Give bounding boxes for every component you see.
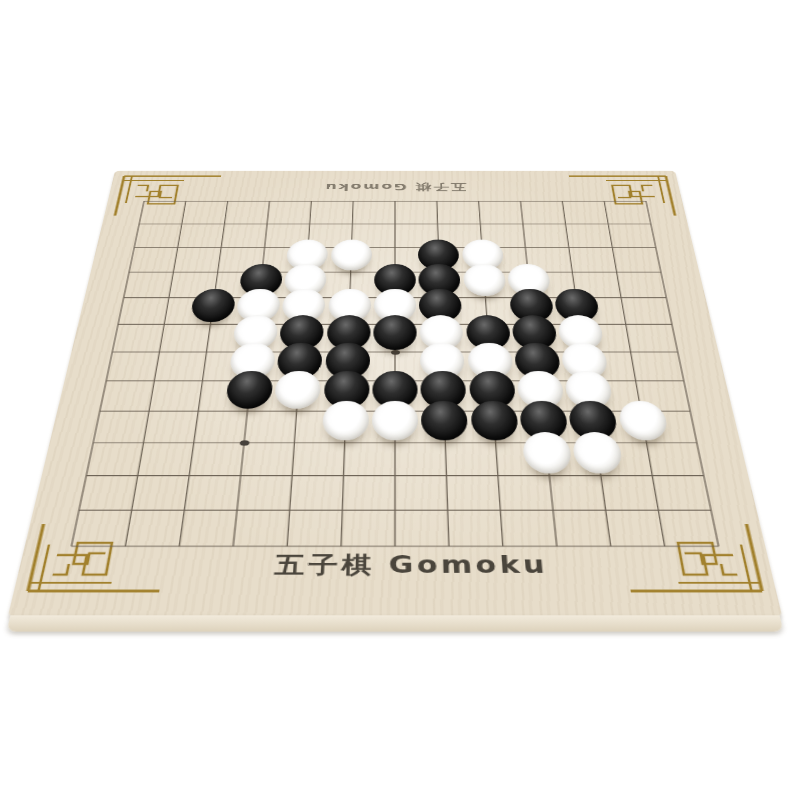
- board-title-near: 五子棋 Gomoku: [16, 550, 790, 581]
- board-wood-edge: [7, 615, 784, 631]
- stone-white: [321, 401, 368, 441]
- board-grid: [71, 201, 718, 546]
- stone-white: [372, 401, 419, 441]
- star-point: [391, 350, 400, 355]
- stone-white: [330, 240, 372, 271]
- product-photo-background: 五子棋 Gomoku 五子棋 Gomoku: [0, 0, 800, 800]
- gomoku-board: 五子棋 Gomoku 五子棋 Gomoku: [8, 171, 783, 618]
- stone-black: [373, 315, 417, 350]
- board-title-far: 五子棋 Gomoku: [110, 181, 681, 193]
